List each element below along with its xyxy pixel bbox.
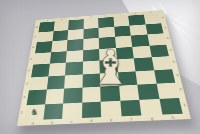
coord-label: h bbox=[162, 115, 184, 120]
square-b4 bbox=[48, 63, 66, 76]
square-c4 bbox=[65, 62, 83, 76]
square-e1 bbox=[101, 100, 121, 117]
square-b1 bbox=[43, 103, 63, 120]
square-b3 bbox=[46, 75, 65, 89]
square-f1 bbox=[120, 99, 142, 116]
coord-label: d bbox=[81, 118, 101, 123]
square-c3 bbox=[64, 74, 82, 88]
coord-label: a bbox=[23, 121, 43, 126]
square-h4 bbox=[151, 56, 172, 70]
square-a4 bbox=[31, 64, 49, 77]
coord-label: f bbox=[121, 116, 142, 121]
square-c1 bbox=[62, 102, 82, 119]
board-logo-icon: ♞ bbox=[29, 108, 39, 117]
coord-label: e bbox=[101, 117, 121, 122]
coord-label: b bbox=[42, 120, 62, 125]
photo-scene: ♞ abcdefgh abcdefgh 87654321 87654321 ♝ bbox=[0, 0, 200, 134]
square-a2 bbox=[27, 90, 47, 105]
square-h1 bbox=[159, 98, 183, 115]
square-h3 bbox=[154, 69, 176, 84]
coord-label: g bbox=[141, 116, 162, 121]
square-h2 bbox=[156, 83, 179, 99]
coord-label: c bbox=[62, 119, 82, 124]
square-a3 bbox=[29, 76, 48, 90]
square-b2 bbox=[45, 89, 64, 104]
white-bishop: ♝ bbox=[89, 48, 129, 86]
square-c2 bbox=[63, 88, 82, 103]
square-d1 bbox=[81, 101, 101, 118]
square-g4 bbox=[134, 57, 154, 71]
square-a1: ♞ bbox=[24, 104, 45, 120]
